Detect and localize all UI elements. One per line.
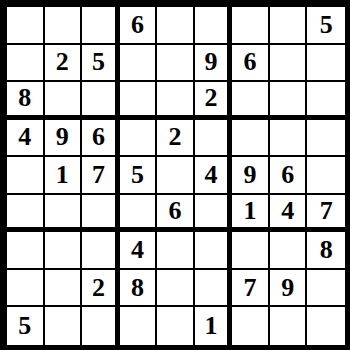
cell-r2c2-given: 2: [45, 45, 83, 83]
cell-r7c9-given: 8: [307, 232, 345, 270]
cell-r7c2-empty[interactable]: [45, 232, 83, 270]
cell-r1c7-empty[interactable]: [232, 7, 270, 45]
cell-r1c9-given: 5: [307, 7, 345, 45]
cell-r5c9-empty[interactable]: [307, 157, 345, 195]
cell-r8c2-empty[interactable]: [45, 270, 83, 308]
cell-r2c1-empty[interactable]: [7, 45, 45, 83]
cell-r3c9-empty[interactable]: [307, 82, 345, 120]
cell-r9c8-empty[interactable]: [270, 307, 308, 345]
cell-r1c4-given: 6: [120, 7, 158, 45]
cell-r4c2-given: 9: [45, 120, 83, 158]
cell-r9c5-empty[interactable]: [157, 307, 195, 345]
cell-r4c9-empty[interactable]: [307, 120, 345, 158]
cell-r9c2-empty[interactable]: [45, 307, 83, 345]
cell-r9c7-empty[interactable]: [232, 307, 270, 345]
cell-r3c3-empty[interactable]: [82, 82, 120, 120]
cell-r1c2-empty[interactable]: [45, 7, 83, 45]
cell-r5c7-given: 9: [232, 157, 270, 195]
cell-r7c5-empty[interactable]: [157, 232, 195, 270]
cell-r9c1-given: 5: [7, 307, 45, 345]
cell-r3c6-given: 2: [195, 82, 233, 120]
cell-r9c4-empty[interactable]: [120, 307, 158, 345]
cell-r2c8-empty[interactable]: [270, 45, 308, 83]
cell-r2c4-empty[interactable]: [120, 45, 158, 83]
cell-r7c8-empty[interactable]: [270, 232, 308, 270]
cell-r7c3-empty[interactable]: [82, 232, 120, 270]
cell-r6c6-empty[interactable]: [195, 195, 233, 233]
cell-r7c7-empty[interactable]: [232, 232, 270, 270]
sudoku-board: 652596824962175496614748287951: [0, 0, 350, 350]
cell-r3c4-empty[interactable]: [120, 82, 158, 120]
cell-r2c5-empty[interactable]: [157, 45, 195, 83]
cell-r4c7-empty[interactable]: [232, 120, 270, 158]
cell-r3c8-empty[interactable]: [270, 82, 308, 120]
cell-r1c6-empty[interactable]: [195, 7, 233, 45]
cell-r4c4-empty[interactable]: [120, 120, 158, 158]
cell-r2c7-given: 6: [232, 45, 270, 83]
cell-r6c8-given: 4: [270, 195, 308, 233]
cell-r5c8-given: 6: [270, 157, 308, 195]
cell-r1c8-empty[interactable]: [270, 7, 308, 45]
cell-r6c4-empty[interactable]: [120, 195, 158, 233]
cell-r5c2-given: 1: [45, 157, 83, 195]
cell-r8c9-empty[interactable]: [307, 270, 345, 308]
cell-r4c3-given: 6: [82, 120, 120, 158]
cell-r4c8-empty[interactable]: [270, 120, 308, 158]
cell-r6c3-empty[interactable]: [82, 195, 120, 233]
cell-r9c9-empty[interactable]: [307, 307, 345, 345]
cell-r8c8-given: 9: [270, 270, 308, 308]
cell-r1c1-empty[interactable]: [7, 7, 45, 45]
cell-r7c6-empty[interactable]: [195, 232, 233, 270]
cell-r5c6-given: 4: [195, 157, 233, 195]
cell-r6c9-given: 7: [307, 195, 345, 233]
cell-r6c5-given: 6: [157, 195, 195, 233]
cell-r2c9-empty[interactable]: [307, 45, 345, 83]
cell-r9c3-empty[interactable]: [82, 307, 120, 345]
cell-r8c6-empty[interactable]: [195, 270, 233, 308]
cell-r2c6-given: 9: [195, 45, 233, 83]
cell-r6c7-given: 1: [232, 195, 270, 233]
cell-r5c1-empty[interactable]: [7, 157, 45, 195]
cell-r5c3-given: 7: [82, 157, 120, 195]
cell-r8c3-given: 2: [82, 270, 120, 308]
cell-r4c5-given: 2: [157, 120, 195, 158]
cell-r6c1-empty[interactable]: [7, 195, 45, 233]
cell-r8c7-given: 7: [232, 270, 270, 308]
cell-r5c5-empty[interactable]: [157, 157, 195, 195]
cell-r8c1-empty[interactable]: [7, 270, 45, 308]
cell-r3c7-empty[interactable]: [232, 82, 270, 120]
cell-r3c5-empty[interactable]: [157, 82, 195, 120]
cell-r4c1-given: 4: [7, 120, 45, 158]
cell-r3c1-given: 8: [7, 82, 45, 120]
cell-r7c4-given: 4: [120, 232, 158, 270]
cell-r1c5-empty[interactable]: [157, 7, 195, 45]
cell-r6c2-empty[interactable]: [45, 195, 83, 233]
cell-r1c3-empty[interactable]: [82, 7, 120, 45]
cell-r8c4-given: 8: [120, 270, 158, 308]
cell-r3c2-empty[interactable]: [45, 82, 83, 120]
cell-r7c1-empty[interactable]: [7, 232, 45, 270]
cell-r2c3-given: 5: [82, 45, 120, 83]
cell-r8c5-empty[interactable]: [157, 270, 195, 308]
cell-r9c6-given: 1: [195, 307, 233, 345]
cell-r5c4-given: 5: [120, 157, 158, 195]
cell-r4c6-empty[interactable]: [195, 120, 233, 158]
